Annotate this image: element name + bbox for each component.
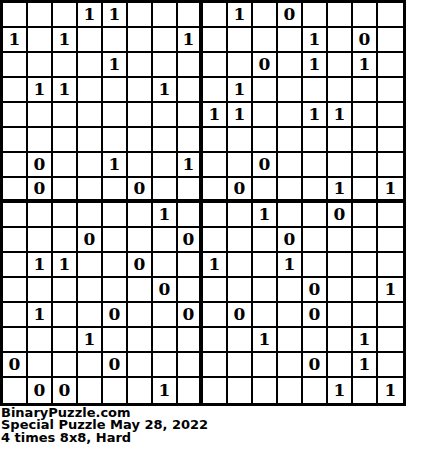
cell-r7c14-empty[interactable] bbox=[328, 153, 353, 178]
cell-r1c6-empty[interactable] bbox=[128, 3, 153, 28]
cell-r9c6-empty[interactable] bbox=[128, 203, 153, 228]
cell-r14c6-empty[interactable] bbox=[128, 328, 153, 353]
cell-r1c13-empty[interactable] bbox=[303, 3, 328, 28]
cell-r10c10-empty[interactable] bbox=[228, 228, 253, 253]
cell-r13c4-empty[interactable] bbox=[78, 303, 103, 328]
cell-r1c3-empty[interactable] bbox=[53, 3, 78, 28]
cell-r11c11-empty[interactable] bbox=[253, 253, 278, 278]
cell-r8c14-given-1: 1 bbox=[328, 178, 353, 203]
cell-r4c2-given-1: 1 bbox=[28, 78, 53, 103]
cell-r14c16-empty[interactable] bbox=[378, 328, 403, 353]
cell-r7c13-empty[interactable] bbox=[303, 153, 328, 178]
cell-r5c2-empty[interactable] bbox=[28, 103, 53, 128]
cell-r12c15-empty[interactable] bbox=[353, 278, 378, 303]
cell-r10c9-empty[interactable] bbox=[203, 228, 228, 253]
cell-r15c3-empty[interactable] bbox=[53, 353, 78, 378]
cell-r10c14-empty[interactable] bbox=[328, 228, 353, 253]
cell-r10c13-empty[interactable] bbox=[303, 228, 328, 253]
cell-r5c3-empty[interactable] bbox=[53, 103, 78, 128]
cell-r14c14-empty[interactable] bbox=[328, 328, 353, 353]
cell-r10c5-empty[interactable] bbox=[103, 228, 128, 253]
cell-r8c16-given-1: 1 bbox=[378, 178, 403, 203]
cell-r2c8-given-1: 1 bbox=[178, 28, 203, 53]
cell-r6c13-empty[interactable] bbox=[303, 128, 328, 153]
cell-r15c9-empty[interactable] bbox=[203, 353, 228, 378]
cell-r14c11-given-1: 1 bbox=[253, 328, 278, 353]
board: 1110111101011111111110110000111100001101… bbox=[0, 0, 406, 406]
cell-r3c10-empty[interactable] bbox=[228, 53, 253, 78]
cell-r14c12-empty[interactable] bbox=[278, 328, 303, 353]
cell-r7c7-empty[interactable] bbox=[153, 153, 178, 178]
cell-r3c8-empty[interactable] bbox=[178, 53, 203, 78]
cell-r8c4-empty[interactable] bbox=[78, 178, 103, 203]
cell-r6c9-empty[interactable] bbox=[203, 128, 228, 153]
cell-r3c7-empty[interactable] bbox=[153, 53, 178, 78]
cell-r2c14-empty[interactable] bbox=[328, 28, 353, 53]
cell-r5c8-empty[interactable] bbox=[178, 103, 203, 128]
cell-r7c1-empty[interactable] bbox=[3, 153, 28, 178]
puzzle-spec: 4 times 8x8, Hard bbox=[1, 432, 437, 444]
cell-r2c10-empty[interactable] bbox=[228, 28, 253, 53]
cell-r16c4-empty[interactable] bbox=[78, 378, 103, 403]
cell-r2c16-empty[interactable] bbox=[378, 28, 403, 53]
cell-r8c13-empty[interactable] bbox=[303, 178, 328, 203]
cell-r4c3-given-1: 1 bbox=[53, 78, 78, 103]
cell-r16c13-empty[interactable] bbox=[303, 378, 328, 403]
cell-r15c13-given-0: 0 bbox=[303, 353, 328, 378]
cell-r4c5-empty[interactable] bbox=[103, 78, 128, 103]
cell-r4c4-empty[interactable] bbox=[78, 78, 103, 103]
cell-r13c14-empty[interactable] bbox=[328, 303, 353, 328]
cell-r3c2-empty[interactable] bbox=[28, 53, 53, 78]
cell-r13c1-empty[interactable] bbox=[3, 303, 28, 328]
cell-r7c8-given-1: 1 bbox=[178, 153, 203, 178]
cell-r10c11-empty[interactable] bbox=[253, 228, 278, 253]
cell-r13c5-given-0: 0 bbox=[103, 303, 128, 328]
cell-r3c11-given-0: 0 bbox=[253, 53, 278, 78]
cell-r8c6-given-0: 0 bbox=[128, 178, 153, 203]
cell-r16c12-empty[interactable] bbox=[278, 378, 303, 403]
cell-r13c3-empty[interactable] bbox=[53, 303, 78, 328]
cell-r6c3-empty[interactable] bbox=[53, 128, 78, 153]
cell-r3c14-empty[interactable] bbox=[328, 53, 353, 78]
cell-r12c7-given-0: 0 bbox=[153, 278, 178, 303]
cell-r15c10-empty[interactable] bbox=[228, 353, 253, 378]
cell-r5c7-empty[interactable] bbox=[153, 103, 178, 128]
cell-r11c16-empty[interactable] bbox=[378, 253, 403, 278]
cell-r3c4-empty[interactable] bbox=[78, 53, 103, 78]
cell-r7c10-empty[interactable] bbox=[228, 153, 253, 178]
cell-r8c11-empty[interactable] bbox=[253, 178, 278, 203]
cell-r1c14-empty[interactable] bbox=[328, 3, 353, 28]
cell-r7c11-given-0: 0 bbox=[253, 153, 278, 178]
cell-r11c5-empty[interactable] bbox=[103, 253, 128, 278]
cell-r6c10-empty[interactable] bbox=[228, 128, 253, 153]
cell-r12c2-empty[interactable] bbox=[28, 278, 53, 303]
cell-r1c7-empty[interactable] bbox=[153, 3, 178, 28]
cell-r4c14-empty[interactable] bbox=[328, 78, 353, 103]
cell-r8c8-empty[interactable] bbox=[178, 178, 203, 203]
cell-r7c9-empty[interactable] bbox=[203, 153, 228, 178]
page: 1110111101011111111110110000111100001101… bbox=[0, 0, 437, 475]
cell-r11c2-given-1: 1 bbox=[28, 253, 53, 278]
cell-r5c14-given-1: 1 bbox=[328, 103, 353, 128]
cell-r1c15-empty[interactable] bbox=[353, 3, 378, 28]
cell-r10c4-given-0: 0 bbox=[78, 228, 103, 253]
caption: BinaryPuzzle.com Special Puzzle May 28, … bbox=[0, 406, 437, 444]
cell-r6c11-empty[interactable] bbox=[253, 128, 278, 153]
cell-r13c6-empty[interactable] bbox=[128, 303, 153, 328]
cell-r12c9-empty[interactable] bbox=[203, 278, 228, 303]
cell-r8c3-empty[interactable] bbox=[53, 178, 78, 203]
cell-r16c8-empty[interactable] bbox=[178, 378, 203, 403]
cell-r8c9-empty[interactable] bbox=[203, 178, 228, 203]
cell-r3c13-given-1: 1 bbox=[303, 53, 328, 78]
cell-r11c4-empty[interactable] bbox=[78, 253, 103, 278]
cell-r16c9-empty[interactable] bbox=[203, 378, 228, 403]
cell-r11c7-empty[interactable] bbox=[153, 253, 178, 278]
cell-r14c1-empty[interactable] bbox=[3, 328, 28, 353]
cell-r14c10-empty[interactable] bbox=[228, 328, 253, 353]
cell-r9c11-given-1: 1 bbox=[253, 203, 278, 228]
cell-r5c10-given-1: 1 bbox=[228, 103, 253, 128]
cell-r4c11-empty[interactable] bbox=[253, 78, 278, 103]
cell-r1c11-empty[interactable] bbox=[253, 3, 278, 28]
cell-r15c4-empty[interactable] bbox=[78, 353, 103, 378]
cell-r7c3-empty[interactable] bbox=[53, 153, 78, 178]
cell-r6c7-empty[interactable] bbox=[153, 128, 178, 153]
cell-r16c15-empty[interactable] bbox=[353, 378, 378, 403]
cell-r7c15-empty[interactable] bbox=[353, 153, 378, 178]
cell-r4c9-empty[interactable] bbox=[203, 78, 228, 103]
cell-r11c6-given-0: 0 bbox=[128, 253, 153, 278]
cell-r1c2-empty[interactable] bbox=[28, 3, 53, 28]
cell-r1c10-given-1: 1 bbox=[228, 3, 253, 28]
cell-r13c16-empty[interactable] bbox=[378, 303, 403, 328]
cell-r16c3-given-0: 0 bbox=[53, 378, 78, 403]
cell-r10c8-given-0: 0 bbox=[178, 228, 203, 253]
cell-r3c5-given-1: 1 bbox=[103, 53, 128, 78]
cell-r16c2-given-0: 0 bbox=[28, 378, 53, 403]
cell-r14c15-given-1: 1 bbox=[353, 328, 378, 353]
cell-r9c12-empty[interactable] bbox=[278, 203, 303, 228]
cell-r4c13-empty[interactable] bbox=[303, 78, 328, 103]
cell-r1c12-given-0: 0 bbox=[278, 3, 303, 28]
cell-r5c16-empty[interactable] bbox=[378, 103, 403, 128]
cell-r14c5-empty[interactable] bbox=[103, 328, 128, 353]
cell-r14c4-given-1: 1 bbox=[78, 328, 103, 353]
cell-r2c5-empty[interactable] bbox=[103, 28, 128, 53]
cell-r3c9-empty[interactable] bbox=[203, 53, 228, 78]
cell-r16c14-given-1: 1 bbox=[328, 378, 353, 403]
cell-r16c7-given-1: 1 bbox=[153, 378, 178, 403]
cell-r13c12-empty[interactable] bbox=[278, 303, 303, 328]
cell-r3c16-empty[interactable] bbox=[378, 53, 403, 78]
cell-r15c8-empty[interactable] bbox=[178, 353, 203, 378]
cell-r8c12-empty[interactable] bbox=[278, 178, 303, 203]
cell-r4c15-empty[interactable] bbox=[353, 78, 378, 103]
cell-r12c10-empty[interactable] bbox=[228, 278, 253, 303]
cell-r11c15-empty[interactable] bbox=[353, 253, 378, 278]
cell-r7c4-empty[interactable] bbox=[78, 153, 103, 178]
cell-r10c3-empty[interactable] bbox=[53, 228, 78, 253]
cell-r8c10-given-0: 0 bbox=[228, 178, 253, 203]
cell-r15c1-given-0: 0 bbox=[3, 353, 28, 378]
cell-r8c1-empty[interactable] bbox=[3, 178, 28, 203]
cell-r8c7-empty[interactable] bbox=[153, 178, 178, 203]
cell-r5c11-empty[interactable] bbox=[253, 103, 278, 128]
cell-r1c4-given-1: 1 bbox=[78, 3, 103, 28]
cell-r5c4-empty[interactable] bbox=[78, 103, 103, 128]
cell-r16c1-empty[interactable] bbox=[3, 378, 28, 403]
cell-r6c4-empty[interactable] bbox=[78, 128, 103, 153]
cell-r11c14-empty[interactable] bbox=[328, 253, 353, 278]
cell-r2c1-given-1: 1 bbox=[3, 28, 28, 53]
cell-r9c5-empty[interactable] bbox=[103, 203, 128, 228]
cell-r6c2-empty[interactable] bbox=[28, 128, 53, 153]
cell-r14c13-empty[interactable] bbox=[303, 328, 328, 353]
cell-r6c16-empty[interactable] bbox=[378, 128, 403, 153]
cell-r13c8-given-0: 0 bbox=[178, 303, 203, 328]
cell-r2c15-given-0: 0 bbox=[353, 28, 378, 53]
cell-r5c1-empty[interactable] bbox=[3, 103, 28, 128]
cell-r6c12-empty[interactable] bbox=[278, 128, 303, 153]
cell-r15c6-empty[interactable] bbox=[128, 353, 153, 378]
cell-r5c5-empty[interactable] bbox=[103, 103, 128, 128]
cell-r3c12-empty[interactable] bbox=[278, 53, 303, 78]
cell-r15c14-empty[interactable] bbox=[328, 353, 353, 378]
cell-r2c6-empty[interactable] bbox=[128, 28, 153, 53]
cell-r10c12-given-0: 0 bbox=[278, 228, 303, 253]
cell-r6c8-empty[interactable] bbox=[178, 128, 203, 153]
cell-r13c11-empty[interactable] bbox=[253, 303, 278, 328]
cell-r11c3-given-1: 1 bbox=[53, 253, 78, 278]
cell-r15c11-empty[interactable] bbox=[253, 353, 278, 378]
cell-r12c12-empty[interactable] bbox=[278, 278, 303, 303]
cell-r14c9-empty[interactable] bbox=[203, 328, 228, 353]
cell-r2c4-empty[interactable] bbox=[78, 28, 103, 53]
cell-r14c2-empty[interactable] bbox=[28, 328, 53, 353]
cell-r9c16-empty[interactable] bbox=[378, 203, 403, 228]
cell-r1c5-given-1: 1 bbox=[103, 3, 128, 28]
cell-r10c1-empty[interactable] bbox=[3, 228, 28, 253]
cell-r8c5-empty[interactable] bbox=[103, 178, 128, 203]
cell-r11c1-empty[interactable] bbox=[3, 253, 28, 278]
cell-r9c13-empty[interactable] bbox=[303, 203, 328, 228]
cell-r13c9-empty[interactable] bbox=[203, 303, 228, 328]
cell-r6c15-empty[interactable] bbox=[353, 128, 378, 153]
cell-r12c3-empty[interactable] bbox=[53, 278, 78, 303]
cell-r12c13-given-0: 0 bbox=[303, 278, 328, 303]
cell-r13c15-empty[interactable] bbox=[353, 303, 378, 328]
cell-r4c6-empty[interactable] bbox=[128, 78, 153, 103]
cell-r11c12-given-1: 1 bbox=[278, 253, 303, 278]
cell-r9c1-empty[interactable] bbox=[3, 203, 28, 228]
cell-r13c13-given-0: 0 bbox=[303, 303, 328, 328]
cell-r14c3-empty[interactable] bbox=[53, 328, 78, 353]
cell-r5c9-given-1: 1 bbox=[203, 103, 228, 128]
cell-r6c6-empty[interactable] bbox=[128, 128, 153, 153]
cell-r9c2-empty[interactable] bbox=[28, 203, 53, 228]
cell-r9c7-given-1: 1 bbox=[153, 203, 178, 228]
cell-r12c1-empty[interactable] bbox=[3, 278, 28, 303]
cell-r7c16-empty[interactable] bbox=[378, 153, 403, 178]
cell-r9c10-empty[interactable] bbox=[228, 203, 253, 228]
cell-r13c7-empty[interactable] bbox=[153, 303, 178, 328]
cell-r15c7-empty[interactable] bbox=[153, 353, 178, 378]
cell-r2c13-given-1: 1 bbox=[303, 28, 328, 53]
cell-r2c12-empty[interactable] bbox=[278, 28, 303, 53]
cell-r16c6-empty[interactable] bbox=[128, 378, 153, 403]
cell-r2c2-empty[interactable] bbox=[28, 28, 53, 53]
cell-r8c2-given-0: 0 bbox=[28, 178, 53, 203]
cell-r13c10-given-0: 0 bbox=[228, 303, 253, 328]
cell-r2c7-empty[interactable] bbox=[153, 28, 178, 53]
cell-r5c12-empty[interactable] bbox=[278, 103, 303, 128]
cell-r16c11-empty[interactable] bbox=[253, 378, 278, 403]
cell-r12c4-empty[interactable] bbox=[78, 278, 103, 303]
cell-r6c14-empty[interactable] bbox=[328, 128, 353, 153]
cell-r3c15-given-1: 1 bbox=[353, 53, 378, 78]
cell-r9c3-empty[interactable] bbox=[53, 203, 78, 228]
cell-r9c9-empty[interactable] bbox=[203, 203, 228, 228]
cell-r12c11-empty[interactable] bbox=[253, 278, 278, 303]
cell-r4c8-empty[interactable] bbox=[178, 78, 203, 103]
cell-r11c8-empty[interactable] bbox=[178, 253, 203, 278]
cell-r7c5-given-1: 1 bbox=[103, 153, 128, 178]
cell-r1c9-empty[interactable] bbox=[203, 3, 228, 28]
cell-r5c13-given-1: 1 bbox=[303, 103, 328, 128]
cell-r10c2-empty[interactable] bbox=[28, 228, 53, 253]
cell-r11c9-given-1: 1 bbox=[203, 253, 228, 278]
cell-r10c15-empty[interactable] bbox=[353, 228, 378, 253]
cell-r15c5-given-0: 0 bbox=[103, 353, 128, 378]
cell-r4c16-empty[interactable] bbox=[378, 78, 403, 103]
cell-r16c5-empty[interactable] bbox=[103, 378, 128, 403]
cell-r3c1-empty[interactable] bbox=[3, 53, 28, 78]
cell-r10c16-empty[interactable] bbox=[378, 228, 403, 253]
cell-r10c7-empty[interactable] bbox=[153, 228, 178, 253]
cell-r5c6-empty[interactable] bbox=[128, 103, 153, 128]
cell-r8c15-empty[interactable] bbox=[353, 178, 378, 203]
cell-r2c3-given-1: 1 bbox=[53, 28, 78, 53]
cell-r15c2-empty[interactable] bbox=[28, 353, 53, 378]
cell-r2c11-empty[interactable] bbox=[253, 28, 278, 53]
cell-r12c14-empty[interactable] bbox=[328, 278, 353, 303]
cell-r12c6-empty[interactable] bbox=[128, 278, 153, 303]
cell-r9c8-empty[interactable] bbox=[178, 203, 203, 228]
cell-r1c8-empty[interactable] bbox=[178, 3, 203, 28]
cell-r10c6-empty[interactable] bbox=[128, 228, 153, 253]
cell-r13c2-given-1: 1 bbox=[28, 303, 53, 328]
cell-r16c10-empty[interactable] bbox=[228, 378, 253, 403]
cell-r1c16-empty[interactable] bbox=[378, 3, 403, 28]
cell-r3c6-empty[interactable] bbox=[128, 53, 153, 78]
cell-r4c12-empty[interactable] bbox=[278, 78, 303, 103]
cell-r15c12-empty[interactable] bbox=[278, 353, 303, 378]
cell-r15c15-given-1: 1 bbox=[353, 353, 378, 378]
cell-r15c16-empty[interactable] bbox=[378, 353, 403, 378]
cell-r3c3-empty[interactable] bbox=[53, 53, 78, 78]
cell-r4c1-empty[interactable] bbox=[3, 78, 28, 103]
cell-r7c6-empty[interactable] bbox=[128, 153, 153, 178]
cell-r5c15-empty[interactable] bbox=[353, 103, 378, 128]
cell-r4c7-given-1: 1 bbox=[153, 78, 178, 103]
cell-r14c7-empty[interactable] bbox=[153, 328, 178, 353]
cell-r12c8-empty[interactable] bbox=[178, 278, 203, 303]
cell-r2c9-empty[interactable] bbox=[203, 28, 228, 53]
cell-r11c10-empty[interactable] bbox=[228, 253, 253, 278]
cell-r9c15-empty[interactable] bbox=[353, 203, 378, 228]
cell-r12c16-given-1: 1 bbox=[378, 278, 403, 303]
cell-r11c13-empty[interactable] bbox=[303, 253, 328, 278]
cell-r1c1-empty[interactable] bbox=[3, 3, 28, 28]
cell-r12c5-empty[interactable] bbox=[103, 278, 128, 303]
cell-r7c2-given-0: 0 bbox=[28, 153, 53, 178]
cell-r6c1-empty[interactable] bbox=[3, 128, 28, 153]
cell-r6c5-empty[interactable] bbox=[103, 128, 128, 153]
cell-r4c10-given-1: 1 bbox=[228, 78, 253, 103]
cell-r7c12-empty[interactable] bbox=[278, 153, 303, 178]
cell-r9c14-given-0: 0 bbox=[328, 203, 353, 228]
cell-r14c8-empty[interactable] bbox=[178, 328, 203, 353]
cell-r9c4-empty[interactable] bbox=[78, 203, 103, 228]
cell-r16c16-given-1: 1 bbox=[378, 378, 403, 403]
